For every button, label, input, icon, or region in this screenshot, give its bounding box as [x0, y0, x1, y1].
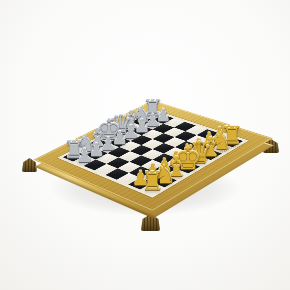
- pieces-layer: ♜♞♝♛♚♝♞♜♟♟♟♟♟♟♟♟♟♟♟♟♟♟♟♟♜♞♝♛♚♝♞♜: [0, 0, 290, 290]
- chess-set-product-photo: Manopoulos ♜♞♝♛♚♝♞♜♟♟♟♟♟♟♟♟♟♟♟♟♟♟♟♟♜♞♝♛♚…: [0, 0, 290, 290]
- chess-piece-gold-r-h1[interactable]: ♜: [141, 168, 164, 194]
- chess-piece-silver-p-h7[interactable]: ♟: [76, 146, 93, 165]
